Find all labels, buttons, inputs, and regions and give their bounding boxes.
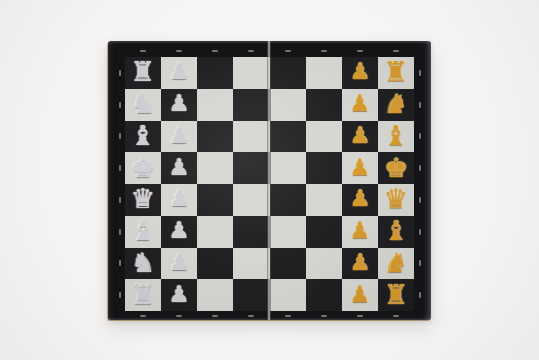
white-king[interactable]: ♚	[131, 154, 155, 181]
coordinate-tick	[248, 315, 254, 317]
black-pawn[interactable]: ♟	[350, 60, 371, 83]
square-f5[interactable]	[270, 121, 306, 153]
square-e3[interactable]	[197, 152, 233, 184]
coordinate-tick	[248, 50, 254, 52]
square-e8[interactable]: ♚	[378, 152, 414, 184]
square-c3[interactable]	[197, 216, 233, 248]
coordinate-tick	[119, 102, 121, 108]
white-pawn[interactable]: ♟	[169, 251, 190, 274]
black-pawn[interactable]: ♟	[350, 187, 371, 210]
square-g1[interactable]: ♞	[125, 89, 161, 121]
coordinate-tick	[393, 50, 399, 52]
white-pawn[interactable]: ♟	[169, 219, 190, 242]
square-h5[interactable]	[270, 57, 306, 89]
square-f2[interactable]: ♟	[161, 121, 197, 153]
coordinate-tick	[140, 315, 146, 317]
square-b4[interactable]	[233, 248, 269, 280]
square-e6[interactable]	[306, 152, 342, 184]
white-knight[interactable]: ♞	[131, 90, 155, 117]
square-a5[interactable]	[270, 279, 306, 311]
black-knight[interactable]: ♞	[384, 249, 408, 276]
square-g6[interactable]	[306, 89, 342, 121]
square-b1[interactable]: ♞	[125, 248, 161, 280]
coordinate-tick	[212, 315, 218, 317]
coordinate-tick	[176, 50, 182, 52]
square-a1[interactable]: ♜	[125, 279, 161, 311]
coordinate-ticks-left	[118, 57, 121, 311]
square-e7[interactable]: ♟	[342, 152, 378, 184]
coordinate-tick	[119, 70, 121, 76]
square-f6[interactable]	[306, 121, 342, 153]
square-f3[interactable]	[197, 121, 233, 153]
white-pawn[interactable]: ♟	[169, 60, 190, 83]
coordinate-tick	[419, 102, 421, 108]
black-pawn[interactable]: ♟	[350, 156, 371, 179]
square-d2[interactable]: ♟	[161, 184, 197, 216]
coordinate-tick	[140, 50, 146, 52]
black-pawn[interactable]: ♟	[350, 251, 371, 274]
photo-background: ♜♟♟♜♞♟♟♞♝♟♟♝♚♟♟♚♛♟♟♛♝♟♟♝♞♟♟♞♜♟♟♜	[0, 0, 539, 360]
square-f8[interactable]: ♝	[378, 121, 414, 153]
square-g7[interactable]: ♟	[342, 89, 378, 121]
coordinate-tick	[212, 50, 218, 52]
coordinate-tick	[357, 315, 363, 317]
coordinate-tick	[419, 165, 421, 171]
coordinate-tick	[357, 50, 363, 52]
coordinate-tick	[285, 50, 291, 52]
black-pawn[interactable]: ♟	[350, 124, 371, 147]
coordinate-tick	[176, 315, 182, 317]
square-b2[interactable]: ♟	[161, 248, 197, 280]
coordinate-tick	[119, 260, 121, 266]
square-h3[interactable]	[197, 57, 233, 89]
coordinate-tick	[119, 165, 121, 171]
black-pawn[interactable]: ♟	[350, 92, 371, 115]
square-c8[interactable]: ♝	[378, 216, 414, 248]
square-g3[interactable]	[197, 89, 233, 121]
square-d1[interactable]: ♛	[125, 184, 161, 216]
square-a3[interactable]	[197, 279, 233, 311]
coordinate-tick	[419, 260, 421, 266]
square-a8[interactable]: ♜	[378, 279, 414, 311]
square-h1[interactable]: ♜	[125, 57, 161, 89]
square-e4[interactable]	[233, 152, 269, 184]
white-pawn[interactable]: ♟	[169, 187, 190, 210]
square-b7[interactable]: ♟	[342, 248, 378, 280]
square-a4[interactable]	[233, 279, 269, 311]
coordinate-tick	[119, 229, 121, 235]
white-rook[interactable]: ♜	[131, 281, 155, 308]
white-pawn[interactable]: ♟	[169, 156, 190, 179]
square-a6[interactable]	[306, 279, 342, 311]
black-king[interactable]: ♚	[384, 154, 408, 181]
black-bishop[interactable]: ♝	[384, 122, 408, 149]
square-f1[interactable]: ♝	[125, 121, 161, 153]
square-g4[interactable]	[233, 89, 269, 121]
coordinate-tick	[419, 292, 421, 298]
square-c1[interactable]: ♝	[125, 216, 161, 248]
square-c2[interactable]: ♟	[161, 216, 197, 248]
square-f7[interactable]: ♟	[342, 121, 378, 153]
coordinate-tick	[321, 50, 327, 52]
square-d7[interactable]: ♟	[342, 184, 378, 216]
board-grid: ♜♟♟♜♞♟♟♞♝♟♟♝♚♟♟♚♛♟♟♛♝♟♟♝♞♟♟♞♜♟♟♜	[125, 57, 414, 311]
black-pawn[interactable]: ♟	[350, 283, 371, 306]
coordinate-tick	[321, 315, 327, 317]
white-queen[interactable]: ♛	[131, 185, 155, 212]
white-bishop[interactable]: ♝	[131, 122, 155, 149]
black-bishop[interactable]: ♝	[384, 217, 408, 244]
coordinate-ticks-top	[125, 49, 414, 52]
coordinate-tick	[419, 229, 421, 235]
square-b3[interactable]	[197, 248, 233, 280]
square-b8[interactable]: ♞	[378, 248, 414, 280]
black-queen[interactable]: ♛	[384, 185, 408, 212]
coordinate-tick	[419, 133, 421, 139]
coordinate-tick	[285, 315, 291, 317]
coordinate-tick	[393, 315, 399, 317]
square-a2[interactable]: ♟	[161, 279, 197, 311]
square-d3[interactable]	[197, 184, 233, 216]
coordinate-ticks-right	[418, 57, 421, 311]
square-a7[interactable]: ♟	[342, 279, 378, 311]
square-b6[interactable]	[306, 248, 342, 280]
square-h4[interactable]	[233, 57, 269, 89]
white-rook[interactable]: ♜	[131, 58, 155, 85]
square-b5[interactable]	[270, 248, 306, 280]
square-e5[interactable]	[270, 152, 306, 184]
square-d4[interactable]	[233, 184, 269, 216]
square-c6[interactable]	[306, 216, 342, 248]
black-rook[interactable]: ♜	[384, 58, 408, 85]
square-h6[interactable]	[306, 57, 342, 89]
coordinate-tick	[119, 133, 121, 139]
white-pawn[interactable]: ♟	[169, 124, 190, 147]
square-f4[interactable]	[233, 121, 269, 153]
square-c7[interactable]: ♟	[342, 216, 378, 248]
white-bishop[interactable]: ♝	[131, 217, 155, 244]
coordinate-tick	[419, 197, 421, 203]
white-pawn[interactable]: ♟	[169, 92, 190, 115]
square-d5[interactable]	[270, 184, 306, 216]
square-h8[interactable]: ♜	[378, 57, 414, 89]
square-e1[interactable]: ♚	[125, 152, 161, 184]
square-e2[interactable]: ♟	[161, 152, 197, 184]
coordinate-tick	[119, 292, 121, 298]
square-g2[interactable]: ♟	[161, 89, 197, 121]
white-knight[interactable]: ♞	[131, 249, 155, 276]
black-pawn[interactable]: ♟	[350, 219, 371, 242]
coordinate-tick	[419, 70, 421, 76]
black-rook[interactable]: ♜	[384, 281, 408, 308]
square-g5[interactable]	[270, 89, 306, 121]
square-d8[interactable]: ♛	[378, 184, 414, 216]
square-c4[interactable]	[233, 216, 269, 248]
coordinate-tick	[119, 197, 121, 203]
white-pawn[interactable]: ♟	[169, 283, 190, 306]
square-d6[interactable]	[306, 184, 342, 216]
square-h2[interactable]: ♟	[161, 57, 197, 89]
square-g8[interactable]: ♞	[378, 89, 414, 121]
square-h7[interactable]: ♟	[342, 57, 378, 89]
coordinate-ticks-bottom	[125, 314, 414, 317]
chess-board: ♜♟♟♜♞♟♟♞♝♟♟♝♚♟♟♚♛♟♟♛♝♟♟♝♞♟♟♞♜♟♟♜	[108, 41, 431, 320]
black-knight[interactable]: ♞	[384, 90, 408, 117]
square-c5[interactable]	[270, 216, 306, 248]
